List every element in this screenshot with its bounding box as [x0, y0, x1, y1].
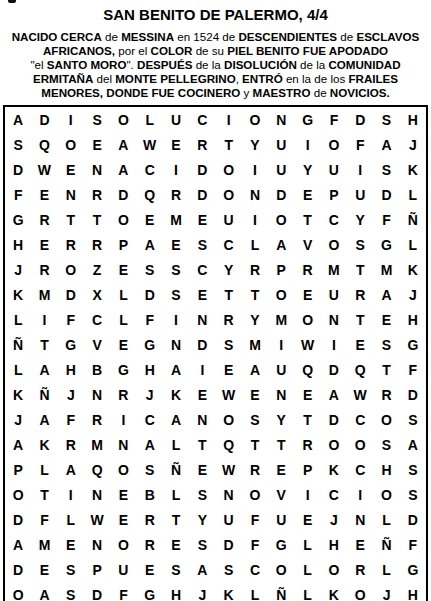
- grid-cell[interactable]: U: [216, 207, 242, 232]
- grid-cell[interactable]: G: [137, 332, 163, 357]
- grid-cell[interactable]: C: [189, 257, 215, 282]
- grid-cell[interactable]: S: [216, 557, 242, 582]
- grid-cell[interactable]: N: [216, 482, 242, 507]
- grid-cell[interactable]: D: [321, 407, 347, 432]
- grid-cell[interactable]: S: [242, 407, 268, 432]
- grid-cell[interactable]: K: [5, 282, 31, 307]
- grid-cell[interactable]: E: [163, 532, 189, 557]
- grid-cell[interactable]: Ñ: [400, 207, 426, 232]
- grid-cell[interactable]: L: [294, 557, 320, 582]
- grid-cell[interactable]: S: [400, 407, 426, 432]
- grid-cell[interactable]: T: [242, 432, 268, 457]
- grid-cell[interactable]: Y: [268, 407, 294, 432]
- grid-cell[interactable]: D: [5, 507, 31, 532]
- grid-cell[interactable]: O: [373, 407, 399, 432]
- grid-cell[interactable]: I: [242, 157, 268, 182]
- grid-cell[interactable]: U: [321, 157, 347, 182]
- grid-cell[interactable]: L: [242, 582, 268, 601]
- grid-cell[interactable]: N: [189, 307, 215, 332]
- grid-cell[interactable]: I: [294, 132, 320, 157]
- grid-cell[interactable]: T: [242, 282, 268, 307]
- grid-cell[interactable]: E: [189, 282, 215, 307]
- grid-cell[interactable]: G: [5, 207, 31, 232]
- grid-cell[interactable]: R: [137, 507, 163, 532]
- grid-cell[interactable]: B: [137, 482, 163, 507]
- grid-cell[interactable]: N: [347, 507, 373, 532]
- grid-cell[interactable]: E: [216, 357, 242, 382]
- grid-cell[interactable]: E: [110, 507, 136, 532]
- grid-cell[interactable]: F: [347, 132, 373, 157]
- grid-cell[interactable]: K: [400, 157, 426, 182]
- grid-cell[interactable]: R: [347, 557, 373, 582]
- grid-cell[interactable]: N: [84, 382, 110, 407]
- grid-cell[interactable]: A: [373, 282, 399, 307]
- grid-cell[interactable]: N: [189, 407, 215, 432]
- grid-cell[interactable]: R: [84, 407, 110, 432]
- grid-cell[interactable]: A: [110, 132, 136, 157]
- grid-cell[interactable]: E: [294, 382, 320, 407]
- grid-cell[interactable]: Q: [294, 357, 320, 382]
- grid-cell[interactable]: D: [347, 107, 373, 132]
- grid-cell[interactable]: F: [321, 107, 347, 132]
- grid-cell[interactable]: A: [137, 232, 163, 257]
- grid-cell[interactable]: G: [110, 357, 136, 382]
- grid-cell[interactable]: E: [294, 282, 320, 307]
- grid-cell[interactable]: E: [137, 557, 163, 582]
- grid-cell[interactable]: E: [31, 557, 57, 582]
- grid-cell[interactable]: S: [189, 482, 215, 507]
- grid-cell[interactable]: R: [31, 257, 57, 282]
- grid-cell[interactable]: E: [294, 182, 320, 207]
- grid-cell[interactable]: A: [58, 457, 84, 482]
- grid-cell[interactable]: L: [400, 232, 426, 257]
- grid-cell[interactable]: U: [347, 182, 373, 207]
- grid-cell[interactable]: L: [400, 182, 426, 207]
- grid-cell[interactable]: O: [321, 432, 347, 457]
- grid-cell[interactable]: S: [5, 132, 31, 157]
- grid-cell[interactable]: A: [137, 432, 163, 457]
- grid-cell[interactable]: T: [347, 257, 373, 282]
- grid-cell[interactable]: E: [373, 307, 399, 332]
- grid-cell[interactable]: E: [189, 457, 215, 482]
- grid-cell[interactable]: D: [189, 182, 215, 207]
- grid-cell[interactable]: S: [373, 107, 399, 132]
- grid-cell[interactable]: O: [268, 282, 294, 307]
- grid-cell[interactable]: E: [163, 232, 189, 257]
- grid-cell[interactable]: C: [84, 307, 110, 332]
- grid-cell[interactable]: A: [163, 407, 189, 432]
- grid-cell[interactable]: O: [5, 582, 31, 601]
- grid-cell[interactable]: M: [242, 332, 268, 357]
- grid-cell[interactable]: H: [400, 307, 426, 332]
- grid-cell[interactable]: D: [216, 532, 242, 557]
- grid-cell[interactable]: S: [216, 332, 242, 357]
- grid-cell[interactable]: N: [84, 532, 110, 557]
- grid-cell[interactable]: R: [294, 257, 320, 282]
- grid-cell[interactable]: E: [84, 132, 110, 157]
- grid-cell[interactable]: E: [268, 457, 294, 482]
- grid-cell[interactable]: N: [110, 432, 136, 457]
- grid-cell[interactable]: U: [321, 282, 347, 307]
- grid-cell[interactable]: L: [163, 482, 189, 507]
- grid-cell[interactable]: G: [400, 332, 426, 357]
- grid-cell[interactable]: C: [347, 407, 373, 432]
- grid-cell[interactable]: T: [216, 282, 242, 307]
- grid-cell[interactable]: T: [216, 132, 242, 157]
- grid-cell[interactable]: E: [189, 207, 215, 232]
- grid-cell[interactable]: O: [321, 557, 347, 582]
- grid-cell[interactable]: S: [373, 432, 399, 457]
- grid-cell[interactable]: D: [31, 107, 57, 132]
- grid-cell[interactable]: A: [31, 357, 57, 382]
- grid-cell[interactable]: M: [84, 432, 110, 457]
- grid-cell[interactable]: L: [5, 357, 31, 382]
- grid-cell[interactable]: W: [347, 382, 373, 407]
- grid-cell[interactable]: I: [163, 307, 189, 332]
- grid-cell[interactable]: A: [321, 382, 347, 407]
- grid-cell[interactable]: A: [31, 407, 57, 432]
- grid-cell[interactable]: S: [58, 582, 84, 601]
- grid-cell[interactable]: M: [321, 257, 347, 282]
- grid-cell[interactable]: I: [321, 332, 347, 357]
- grid-cell[interactable]: U: [216, 507, 242, 532]
- grid-cell[interactable]: E: [347, 532, 373, 557]
- grid-cell[interactable]: S: [189, 232, 215, 257]
- grid-cell[interactable]: A: [31, 582, 57, 601]
- grid-cell[interactable]: G: [58, 332, 84, 357]
- grid-cell[interactable]: H: [321, 532, 347, 557]
- grid-cell[interactable]: S: [189, 532, 215, 557]
- grid-cell[interactable]: J: [189, 582, 215, 601]
- grid-cell[interactable]: L: [294, 582, 320, 601]
- grid-cell[interactable]: R: [373, 382, 399, 407]
- grid-cell[interactable]: O: [58, 132, 84, 157]
- grid-cell[interactable]: H: [5, 232, 31, 257]
- grid-cell[interactable]: S: [400, 457, 426, 482]
- grid-cell[interactable]: Q: [216, 432, 242, 457]
- grid-cell[interactable]: A: [373, 132, 399, 157]
- grid-cell[interactable]: I: [216, 107, 242, 132]
- grid-cell[interactable]: T: [31, 332, 57, 357]
- grid-cell[interactable]: E: [110, 332, 136, 357]
- grid-cell[interactable]: Y: [294, 157, 320, 182]
- grid-cell[interactable]: U: [268, 357, 294, 382]
- grid-cell[interactable]: I: [110, 407, 136, 432]
- grid-cell[interactable]: Q: [137, 182, 163, 207]
- grid-cell[interactable]: W: [31, 157, 57, 182]
- grid-cell[interactable]: N: [84, 482, 110, 507]
- grid-cell[interactable]: D: [5, 157, 31, 182]
- grid-cell[interactable]: O: [373, 482, 399, 507]
- grid-cell[interactable]: E: [110, 257, 136, 282]
- grid-cell[interactable]: N: [268, 382, 294, 407]
- grid-cell[interactable]: H: [58, 357, 84, 382]
- grid-cell[interactable]: E: [58, 157, 84, 182]
- grid-cell[interactable]: L: [31, 457, 57, 482]
- grid-cell[interactable]: O: [5, 482, 31, 507]
- grid-cell[interactable]: J: [400, 282, 426, 307]
- grid-cell[interactable]: O: [110, 107, 136, 132]
- grid-cell[interactable]: O: [216, 182, 242, 207]
- grid-cell[interactable]: C: [242, 557, 268, 582]
- grid-cell[interactable]: V: [294, 232, 320, 257]
- grid-cell[interactable]: O: [242, 107, 268, 132]
- grid-cell[interactable]: Ñ: [31, 382, 57, 407]
- grid-cell[interactable]: C: [321, 207, 347, 232]
- grid-cell[interactable]: A: [5, 107, 31, 132]
- grid-cell[interactable]: S: [163, 282, 189, 307]
- grid-cell[interactable]: R: [189, 132, 215, 157]
- grid-cell[interactable]: O: [216, 157, 242, 182]
- grid-cell[interactable]: R: [58, 432, 84, 457]
- grid-cell[interactable]: R: [216, 307, 242, 332]
- grid-cell[interactable]: F: [31, 507, 57, 532]
- grid-cell[interactable]: T: [31, 482, 57, 507]
- grid-cell[interactable]: Ñ: [268, 582, 294, 601]
- grid-cell[interactable]: G: [268, 532, 294, 557]
- grid-cell[interactable]: I: [242, 207, 268, 232]
- grid-cell[interactable]: N: [84, 157, 110, 182]
- grid-cell[interactable]: Y: [347, 207, 373, 232]
- grid-cell[interactable]: J: [5, 407, 31, 432]
- grid-cell[interactable]: F: [5, 182, 31, 207]
- grid-cell[interactable]: H: [400, 107, 426, 132]
- grid-cell[interactable]: P: [5, 457, 31, 482]
- grid-cell[interactable]: S: [373, 157, 399, 182]
- grid-cell[interactable]: O: [321, 132, 347, 157]
- grid-cell[interactable]: T: [58, 207, 84, 232]
- grid-cell[interactable]: R: [58, 232, 84, 257]
- grid-cell[interactable]: S: [58, 557, 84, 582]
- grid-cell[interactable]: J: [5, 257, 31, 282]
- grid-cell[interactable]: A: [110, 157, 136, 182]
- grid-cell[interactable]: M: [268, 307, 294, 332]
- grid-cell[interactable]: A: [268, 232, 294, 257]
- grid-cell[interactable]: E: [31, 182, 57, 207]
- grid-cell[interactable]: T: [163, 507, 189, 532]
- grid-cell[interactable]: E: [110, 482, 136, 507]
- grid-cell[interactable]: D: [5, 557, 31, 582]
- grid-cell[interactable]: L: [58, 507, 84, 532]
- grid-cell[interactable]: I: [31, 307, 57, 332]
- grid-cell[interactable]: O: [110, 532, 136, 557]
- grid-cell[interactable]: E: [31, 232, 57, 257]
- grid-cell[interactable]: A: [400, 432, 426, 457]
- grid-cell[interactable]: C: [347, 457, 373, 482]
- grid-cell[interactable]: P: [110, 232, 136, 257]
- grid-cell[interactable]: O: [321, 232, 347, 257]
- grid-cell[interactable]: K: [321, 582, 347, 601]
- grid-cell[interactable]: I: [294, 482, 320, 507]
- grid-cell[interactable]: P: [294, 457, 320, 482]
- grid-cell[interactable]: S: [347, 232, 373, 257]
- grid-cell[interactable]: G: [294, 107, 320, 132]
- grid-cell[interactable]: V: [268, 482, 294, 507]
- grid-cell[interactable]: L: [373, 507, 399, 532]
- grid-cell[interactable]: K: [400, 257, 426, 282]
- grid-cell[interactable]: H: [163, 582, 189, 601]
- grid-cell[interactable]: W: [137, 132, 163, 157]
- grid-cell[interactable]: M: [31, 282, 57, 307]
- grid-cell[interactable]: Q: [31, 132, 57, 157]
- grid-cell[interactable]: E: [189, 382, 215, 407]
- grid-cell[interactable]: I: [163, 157, 189, 182]
- grid-cell[interactable]: Y: [242, 132, 268, 157]
- grid-cell[interactable]: W: [294, 332, 320, 357]
- grid-cell[interactable]: W: [216, 382, 242, 407]
- grid-cell[interactable]: F: [400, 532, 426, 557]
- grid-cell[interactable]: T: [189, 432, 215, 457]
- grid-cell[interactable]: K: [5, 382, 31, 407]
- grid-cell[interactable]: G: [137, 582, 163, 601]
- grid-cell[interactable]: J: [321, 507, 347, 532]
- grid-cell[interactable]: L: [110, 282, 136, 307]
- grid-cell[interactable]: Z: [84, 257, 110, 282]
- grid-cell[interactable]: U: [268, 507, 294, 532]
- grid-cell[interactable]: F: [137, 307, 163, 332]
- grid-cell[interactable]: V: [84, 332, 110, 357]
- grid-cell[interactable]: N: [58, 182, 84, 207]
- grid-cell[interactable]: D: [321, 357, 347, 382]
- grid-cell[interactable]: D: [58, 282, 84, 307]
- grid-cell[interactable]: Ñ: [5, 332, 31, 357]
- grid-cell[interactable]: R: [294, 432, 320, 457]
- grid-cell[interactable]: R: [347, 282, 373, 307]
- grid-cell[interactable]: D: [400, 382, 426, 407]
- grid-cell[interactable]: F: [58, 407, 84, 432]
- grid-cell[interactable]: S: [137, 457, 163, 482]
- grid-cell[interactable]: C: [189, 107, 215, 132]
- grid-cell[interactable]: S: [84, 107, 110, 132]
- grid-cell[interactable]: L: [5, 307, 31, 332]
- grid-cell[interactable]: O: [268, 557, 294, 582]
- grid-cell[interactable]: O: [110, 207, 136, 232]
- grid-cell[interactable]: M: [163, 207, 189, 232]
- grid-cell[interactable]: R: [31, 207, 57, 232]
- grid-cell[interactable]: D: [400, 507, 426, 532]
- grid-cell[interactable]: R: [242, 257, 268, 282]
- grid-cell[interactable]: F: [242, 507, 268, 532]
- grid-cell[interactable]: N: [163, 332, 189, 357]
- grid-cell[interactable]: L: [242, 232, 268, 257]
- grid-cell[interactable]: K: [163, 382, 189, 407]
- grid-cell[interactable]: K: [31, 432, 57, 457]
- grid-cell[interactable]: D: [110, 182, 136, 207]
- grid-cell[interactable]: Q: [347, 357, 373, 382]
- grid-cell[interactable]: R: [163, 182, 189, 207]
- grid-cell[interactable]: T: [294, 207, 320, 232]
- grid-cell[interactable]: S: [163, 557, 189, 582]
- grid-cell[interactable]: J: [58, 382, 84, 407]
- grid-cell[interactable]: F: [373, 207, 399, 232]
- grid-cell[interactable]: O: [242, 482, 268, 507]
- grid-cell[interactable]: P: [321, 182, 347, 207]
- grid-cell[interactable]: D: [189, 332, 215, 357]
- grid-cell[interactable]: A: [5, 532, 31, 557]
- grid-cell[interactable]: A: [242, 357, 268, 382]
- grid-cell[interactable]: O: [268, 207, 294, 232]
- grid-cell[interactable]: T: [347, 307, 373, 332]
- grid-cell[interactable]: R: [84, 182, 110, 207]
- grid-cell[interactable]: Y: [242, 307, 268, 332]
- grid-cell[interactable]: F: [58, 307, 84, 332]
- grid-cell[interactable]: C: [321, 482, 347, 507]
- grid-cell[interactable]: O: [216, 407, 242, 432]
- grid-cell[interactable]: D: [268, 182, 294, 207]
- grid-cell[interactable]: E: [137, 207, 163, 232]
- grid-cell[interactable]: N: [242, 182, 268, 207]
- grid-cell[interactable]: T: [268, 432, 294, 457]
- grid-cell[interactable]: S: [400, 482, 426, 507]
- grid-cell[interactable]: Ñ: [163, 457, 189, 482]
- grid-cell[interactable]: U: [163, 107, 189, 132]
- grid-cell[interactable]: O: [58, 257, 84, 282]
- grid-cell[interactable]: J: [137, 382, 163, 407]
- grid-cell[interactable]: C: [137, 407, 163, 432]
- grid-cell[interactable]: Q: [84, 457, 110, 482]
- grid-cell[interactable]: E: [163, 132, 189, 157]
- grid-cell[interactable]: C: [216, 232, 242, 257]
- grid-cell[interactable]: L: [294, 532, 320, 557]
- grid-cell[interactable]: N: [321, 307, 347, 332]
- grid-cell[interactable]: I: [347, 482, 373, 507]
- grid-cell[interactable]: G: [400, 557, 426, 582]
- grid-cell[interactable]: I: [58, 482, 84, 507]
- grid-cell[interactable]: U: [268, 132, 294, 157]
- grid-cell[interactable]: R: [242, 457, 268, 482]
- grid-cell[interactable]: I: [268, 332, 294, 357]
- grid-cell[interactable]: U: [110, 557, 136, 582]
- grid-cell[interactable]: I: [189, 357, 215, 382]
- grid-cell[interactable]: C: [137, 157, 163, 182]
- grid-cell[interactable]: O: [347, 582, 373, 601]
- grid-cell[interactable]: R: [110, 382, 136, 407]
- grid-cell[interactable]: L: [110, 307, 136, 332]
- grid-cell[interactable]: S: [163, 257, 189, 282]
- grid-cell[interactable]: H: [137, 357, 163, 382]
- grid-cell[interactable]: F: [110, 582, 136, 601]
- grid-cell[interactable]: W: [84, 507, 110, 532]
- grid-cell[interactable]: F: [242, 532, 268, 557]
- grid-cell[interactable]: H: [400, 582, 426, 601]
- grid-cell[interactable]: K: [321, 457, 347, 482]
- grid-cell[interactable]: N: [268, 107, 294, 132]
- grid-cell[interactable]: Y: [216, 257, 242, 282]
- grid-cell[interactable]: P: [84, 557, 110, 582]
- grid-cell[interactable]: K: [216, 582, 242, 601]
- grid-cell[interactable]: L: [373, 557, 399, 582]
- grid-cell[interactable]: T: [84, 207, 110, 232]
- grid-cell[interactable]: E: [242, 382, 268, 407]
- grid-cell[interactable]: D: [84, 582, 110, 601]
- grid-cell[interactable]: D: [189, 157, 215, 182]
- grid-cell[interactable]: R: [84, 232, 110, 257]
- grid-cell[interactable]: D: [137, 282, 163, 307]
- grid-cell[interactable]: W: [216, 457, 242, 482]
- grid-cell[interactable]: M: [373, 257, 399, 282]
- grid-cell[interactable]: O: [347, 432, 373, 457]
- grid-cell[interactable]: S: [137, 257, 163, 282]
- grid-cell[interactable]: A: [189, 557, 215, 582]
- grid-cell[interactable]: B: [84, 357, 110, 382]
- grid-cell[interactable]: O: [294, 307, 320, 332]
- grid-cell[interactable]: P: [268, 257, 294, 282]
- grid-cell[interactable]: U: [268, 157, 294, 182]
- grid-cell[interactable]: S: [373, 332, 399, 357]
- grid-cell[interactable]: T: [373, 357, 399, 382]
- grid-cell[interactable]: O: [110, 457, 136, 482]
- grid-cell[interactable]: X: [84, 282, 110, 307]
